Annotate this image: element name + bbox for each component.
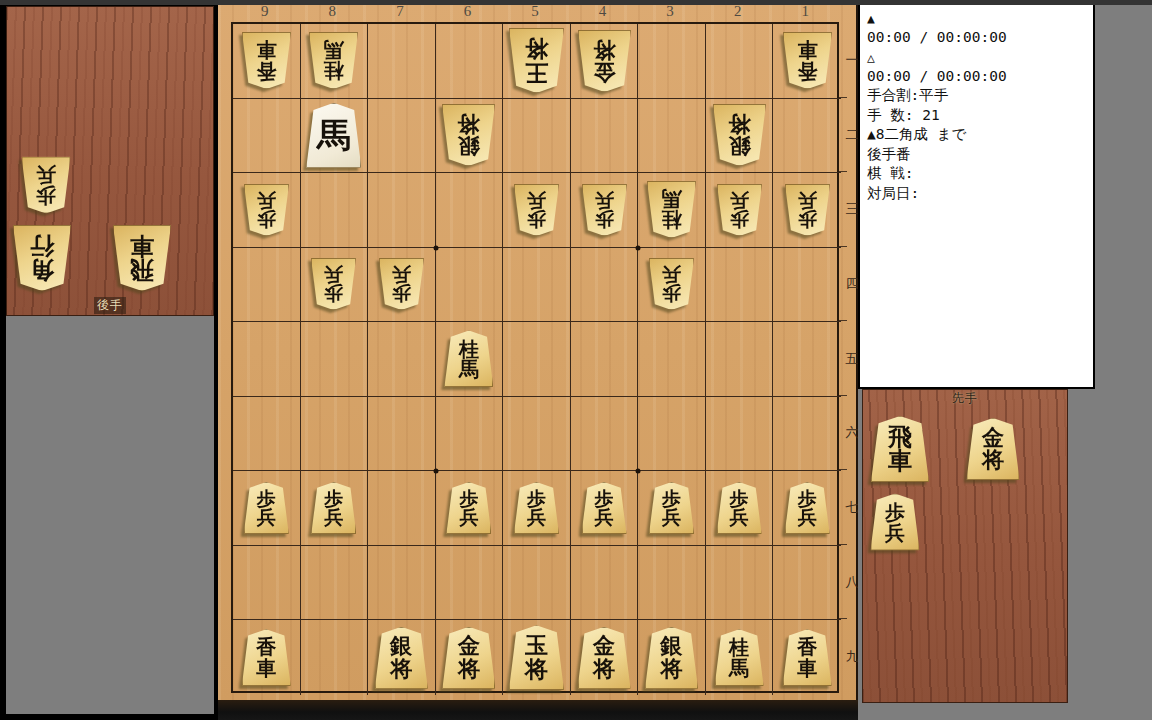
board-square[interactable] — [233, 248, 301, 323]
sente-clock-time: 00:00 / 00:00:00 — [867, 28, 1093, 48]
shogi-piece-sente[interactable]: 歩兵 — [514, 482, 559, 534]
board-square[interactable] — [571, 322, 639, 397]
board-square[interactable]: 歩兵 — [638, 248, 706, 323]
shogi-piece-gote[interactable]: 飛車 — [113, 225, 171, 291]
game-info-panel: ▲ 00:00 / 00:00:00 △ 00:00 / 00:00:00 手合… — [858, 2, 1095, 389]
board-square[interactable] — [368, 546, 436, 621]
shogi-piece-sente[interactable]: 金将 — [967, 418, 1020, 480]
board-square[interactable] — [706, 248, 774, 323]
shogi-piece-sente[interactable]: 歩兵 — [649, 482, 694, 534]
board-square[interactable] — [571, 397, 639, 472]
board-square[interactable] — [571, 99, 639, 174]
board-square[interactable] — [436, 173, 504, 248]
board-square[interactable]: 桂馬 — [706, 620, 774, 695]
board-square[interactable]: 銀将 — [368, 620, 436, 695]
board-square[interactable] — [368, 322, 436, 397]
board-square[interactable]: 香車 — [773, 620, 841, 695]
board-square[interactable] — [638, 24, 706, 99]
board-square[interactable] — [301, 546, 369, 621]
sente-tray-label: 先手 — [952, 390, 978, 407]
shogi-piece-gote[interactable]: 歩兵 — [244, 184, 289, 236]
board-square[interactable] — [773, 99, 841, 174]
board-square[interactable] — [368, 173, 436, 248]
file-label: 2 — [728, 3, 748, 20]
gote-clock-time: 00:00 / 00:00:00 — [867, 67, 1093, 87]
gote-hand-tray: 後手 歩兵角行飛車 — [6, 6, 214, 316]
shogi-piece-sente[interactable]: 銀将 — [375, 627, 428, 689]
shogi-piece-sente[interactable]: 歩兵 — [446, 482, 491, 534]
shogi-piece-gote[interactable]: 歩兵 — [379, 258, 424, 310]
board-square[interactable] — [233, 99, 301, 174]
shogi-app-window: 後手 歩兵角行飛車 987654321 一二三四五六七八九 香車桂馬王将金将香車… — [0, 0, 1152, 720]
file-label: 3 — [660, 3, 680, 20]
board-square[interactable] — [436, 546, 504, 621]
board-square[interactable] — [436, 248, 504, 323]
shogi-piece-gote[interactable]: 歩兵 — [514, 184, 559, 236]
shogi-piece-sente[interactable]: 歩兵 — [244, 482, 289, 534]
shogi-piece-sente[interactable]: 玉将 — [509, 625, 564, 690]
shogi-piece-gote[interactable]: 銀将 — [713, 104, 766, 166]
board-square[interactable]: 香車 — [233, 24, 301, 99]
star-point — [433, 245, 438, 250]
board-square[interactable]: 歩兵 — [233, 173, 301, 248]
shogi-piece-gote[interactable]: 桂馬 — [309, 32, 358, 89]
board-square[interactable] — [233, 546, 301, 621]
board-square[interactable] — [233, 322, 301, 397]
board-square[interactable] — [233, 397, 301, 472]
shogi-piece-sente[interactable]: 歩兵 — [582, 482, 627, 534]
shogi-piece-gote[interactable]: 王将 — [509, 28, 564, 93]
board-square[interactable]: 歩兵 — [368, 248, 436, 323]
shogi-piece-gote[interactable]: 歩兵 — [649, 258, 694, 310]
shogi-piece-sente[interactable]: 金将 — [442, 627, 495, 689]
shogi-piece-gote[interactable]: 歩兵 — [582, 184, 627, 236]
board-square[interactable] — [436, 397, 504, 472]
shogi-piece-sente[interactable]: 金将 — [578, 627, 631, 689]
shogi-piece-gote[interactable]: 角行 — [13, 225, 71, 291]
shogi-piece-gote[interactable]: 香車 — [783, 32, 832, 89]
file-label: 5 — [525, 3, 545, 20]
event-text: 棋 戦: — [867, 164, 1093, 184]
board-square[interactable]: 歩兵 — [301, 248, 369, 323]
board-square[interactable] — [503, 546, 571, 621]
board-square[interactable]: 歩兵 — [571, 173, 639, 248]
board-square[interactable]: 歩兵 — [503, 173, 571, 248]
board-square[interactable] — [773, 248, 841, 323]
board-square[interactable]: 香車 — [773, 24, 841, 99]
last-move-text: ▲8二角成 まで — [867, 125, 1093, 145]
board-square[interactable] — [706, 322, 774, 397]
date-text: 対局日: — [867, 184, 1093, 204]
star-point — [433, 469, 438, 474]
board-square[interactable]: 歩兵 — [503, 471, 571, 546]
board-square[interactable]: 桂馬 — [301, 24, 369, 99]
board-square[interactable] — [571, 248, 639, 323]
board-square[interactable] — [436, 24, 504, 99]
board-square[interactable]: 銀将 — [436, 99, 504, 174]
file-label: 6 — [457, 3, 477, 20]
board-square[interactable]: 銀将 — [706, 99, 774, 174]
file-label: 4 — [593, 3, 613, 20]
board-square[interactable]: 玉将 — [503, 620, 571, 695]
gote-clock-mark: △ — [867, 48, 1093, 67]
shogi-piece-sente[interactable]: 銀将 — [645, 627, 698, 689]
turn-text: 後手番 — [867, 145, 1093, 165]
file-label: 8 — [322, 3, 342, 20]
shogi-piece-gote[interactable]: 桂馬 — [647, 181, 696, 238]
board-square[interactable] — [773, 546, 841, 621]
board-square[interactable]: 桂馬 — [638, 173, 706, 248]
board-square[interactable]: 歩兵 — [706, 173, 774, 248]
board-square[interactable]: 歩兵 — [773, 471, 841, 546]
board-square[interactable]: 金将 — [436, 620, 504, 695]
shogi-piece-gote[interactable]: 歩兵 — [785, 184, 830, 236]
shogi-piece-gote[interactable]: 金将 — [578, 30, 631, 92]
board-square[interactable]: 銀将 — [638, 620, 706, 695]
shogi-piece-gote[interactable]: 銀将 — [442, 104, 495, 166]
board-square[interactable] — [368, 471, 436, 546]
shogi-piece-sente[interactable]: 香車 — [783, 629, 832, 686]
shogi-piece-sente[interactable]: 飛車 — [871, 416, 929, 482]
board-square[interactable] — [773, 397, 841, 472]
board-bottom-edge — [218, 700, 858, 720]
star-point — [636, 245, 641, 250]
gote-tray-label: 後手 — [94, 297, 126, 314]
file-label: 7 — [390, 3, 410, 20]
board-square[interactable] — [773, 322, 841, 397]
file-label: 1 — [795, 3, 815, 20]
board-square[interactable] — [638, 546, 706, 621]
shogi-piece-gote[interactable]: 歩兵 — [311, 258, 356, 310]
shogi-piece-sente[interactable]: 歩兵 — [311, 482, 356, 534]
handicap-text: 手合割:平手 — [867, 86, 1093, 106]
board-square[interactable] — [301, 620, 369, 695]
shogi-piece-gote[interactable]: 香車 — [242, 32, 291, 89]
board-grid: 香車桂馬王将金将香車馬銀将銀将歩兵歩兵歩兵桂馬歩兵歩兵歩兵歩兵歩兵桂馬歩兵歩兵歩… — [231, 22, 839, 693]
sente-hand-tray: 先手 飛車金将歩兵 — [862, 389, 1068, 703]
left-gray-panel — [6, 316, 214, 714]
shogi-piece-gote[interactable]: 歩兵 — [717, 184, 762, 236]
shogi-piece-sente[interactable]: 桂馬 — [444, 330, 493, 387]
board-square[interactable] — [368, 397, 436, 472]
board-square[interactable] — [301, 173, 369, 248]
board-square[interactable] — [638, 99, 706, 174]
board-square[interactable]: 歩兵 — [436, 471, 504, 546]
move-count-text: 手 数: 21 — [867, 106, 1093, 126]
board-square[interactable]: 歩兵 — [773, 173, 841, 248]
board-square[interactable]: 歩兵 — [571, 471, 639, 546]
board-square[interactable] — [638, 322, 706, 397]
board-square[interactable]: 歩兵 — [706, 471, 774, 546]
shogi-piece-sente[interactable]: 香車 — [242, 629, 291, 686]
board-square[interactable] — [503, 322, 571, 397]
board-square[interactable]: 馬 — [301, 99, 369, 174]
board-square[interactable] — [706, 24, 774, 99]
shogi-piece-sente[interactable]: 歩兵 — [717, 482, 762, 534]
board-square[interactable]: 金将 — [571, 24, 639, 99]
shogi-piece-sente[interactable]: 歩兵 — [871, 494, 920, 551]
board-square[interactable] — [503, 248, 571, 323]
shogi-piece-sente[interactable]: 馬 — [306, 103, 361, 168]
board-square[interactable]: 歩兵 — [638, 471, 706, 546]
board-square[interactable]: 歩兵 — [233, 471, 301, 546]
board-square[interactable]: 桂馬 — [436, 322, 504, 397]
board-square[interactable] — [638, 397, 706, 472]
board-square[interactable]: 香車 — [233, 620, 301, 695]
board-square[interactable] — [301, 397, 369, 472]
board-square[interactable]: 金将 — [571, 620, 639, 695]
file-label: 9 — [255, 3, 275, 20]
shogi-board: 987654321 一二三四五六七八九 香車桂馬王将金将香車馬銀将銀将歩兵歩兵歩… — [218, 0, 858, 702]
board-square[interactable] — [301, 322, 369, 397]
board-square[interactable]: 王将 — [503, 24, 571, 99]
board-square[interactable] — [571, 546, 639, 621]
board-square[interactable] — [503, 397, 571, 472]
window-top-edge — [0, 0, 1152, 5]
board-square[interactable] — [368, 99, 436, 174]
shogi-piece-gote[interactable]: 歩兵 — [22, 157, 71, 214]
shogi-piece-sente[interactable]: 桂馬 — [715, 629, 764, 686]
shogi-piece-sente[interactable]: 歩兵 — [785, 482, 830, 534]
right-gray-panel — [1095, 0, 1152, 389]
board-square[interactable]: 歩兵 — [301, 471, 369, 546]
sente-clock-mark: ▲ — [867, 9, 1093, 28]
board-square[interactable] — [368, 24, 436, 99]
board-square[interactable] — [706, 397, 774, 472]
board-square[interactable] — [503, 99, 571, 174]
board-square[interactable] — [706, 546, 774, 621]
star-point — [636, 469, 641, 474]
